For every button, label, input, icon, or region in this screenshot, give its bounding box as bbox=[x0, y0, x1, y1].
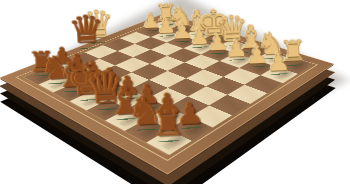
piece-white-pawn-a2: ♟ bbox=[254, 49, 304, 76]
piece-black-rook-a8: ♜ bbox=[138, 105, 199, 143]
chess-board: ♜♟♟♜♞♟♟♞♝♟♟♝♚♟♟♚♛♟♟♛♝♟♟♝♞♟♟♞♜♟♟♜ ♛♛ bbox=[0, 13, 335, 175]
square-a8: ♜ bbox=[146, 129, 192, 155]
square-a4 bbox=[227, 85, 267, 104]
board-perspective-wrapper: ♜♟♟♜♞♟♟♞♝♟♟♝♚♟♟♚♛♟♟♛♝♟♟♝♞♟♟♞♜♟♟♜ ♛♛ bbox=[0, 0, 350, 184]
board-frame: ♜♟♟♜♞♟♟♞♝♟♟♝♚♟♟♚♛♟♟♛♝♟♟♝♞♟♟♞♜♟♟♜ ♛♛ bbox=[0, 13, 335, 175]
square-a2: ♟ bbox=[261, 66, 298, 83]
chess-set-product-photo: ♜♟♟♜♞♟♟♞♝♟♟♝♚♟♟♚♛♟♟♛♝♟♟♝♞♟♟♞♜♟♟♜ ♛♛ bbox=[0, 0, 350, 184]
